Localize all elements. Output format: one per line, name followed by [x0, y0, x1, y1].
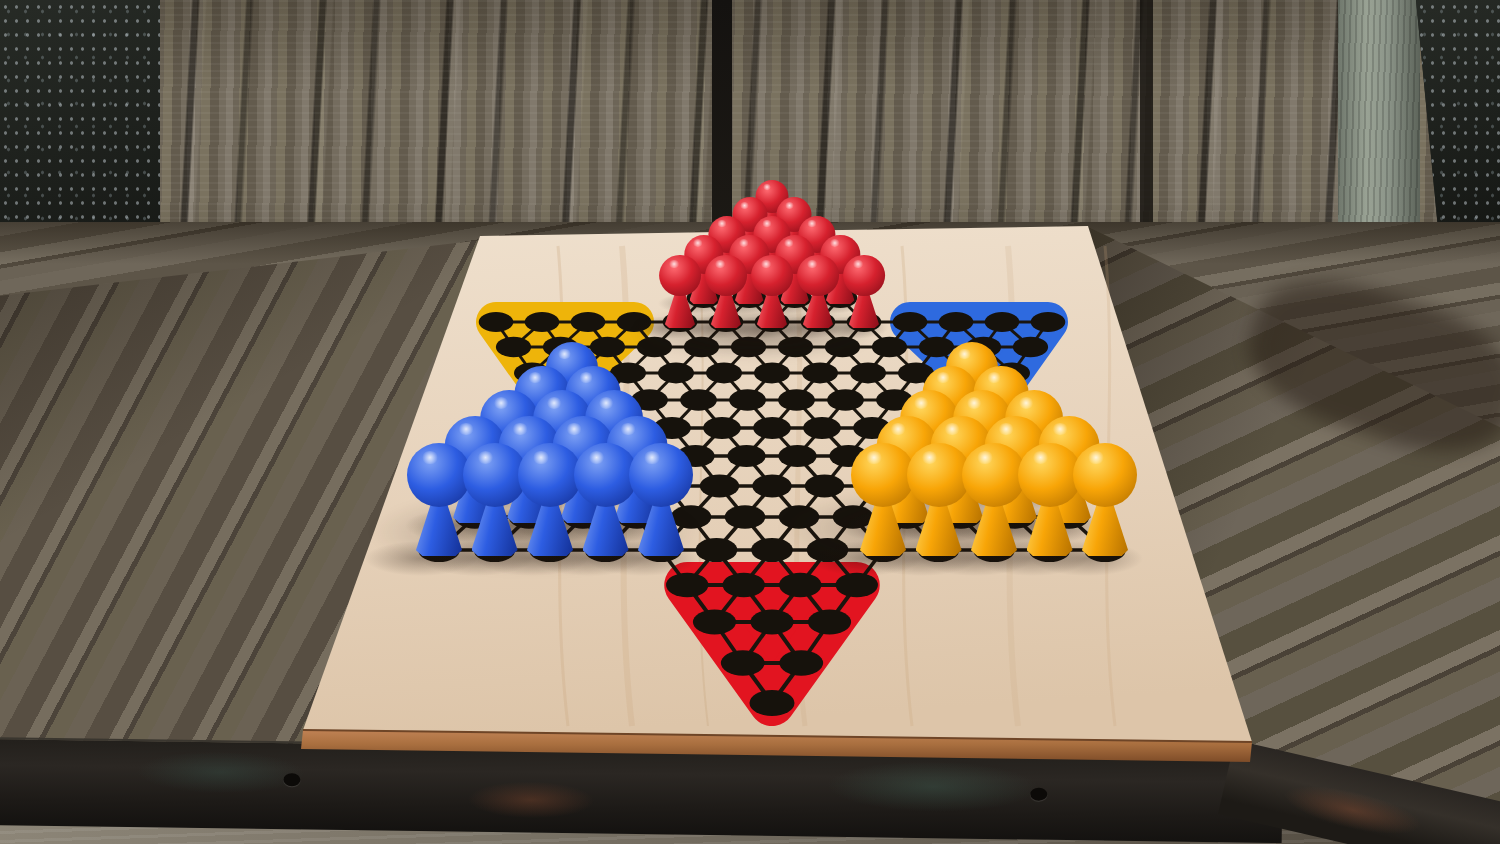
- peg-glint: [1087, 451, 1105, 464]
- peg-glint: [890, 423, 907, 435]
- peg-ball: [407, 443, 471, 507]
- peg-glint: [557, 349, 572, 359]
- peg-ball: [751, 255, 793, 297]
- peg-layer: [0, 0, 1500, 844]
- peg-glint: [1018, 397, 1034, 409]
- peg-glint: [512, 423, 529, 435]
- peg-glint: [865, 451, 883, 464]
- peg-ball: [659, 255, 701, 297]
- peg-glint: [493, 397, 509, 409]
- peg-ball: [574, 443, 638, 507]
- peg-red-5-9[interactable]: [843, 255, 885, 329]
- peg-glint: [1052, 423, 1069, 435]
- peg-ball: [518, 443, 582, 507]
- peg-red-5-5[interactable]: [659, 255, 701, 329]
- peg-glint: [477, 451, 495, 464]
- peg-ball: [1073, 443, 1137, 507]
- chinese-checkers-photo: [0, 0, 1500, 844]
- peg-red-5-8[interactable]: [797, 255, 839, 329]
- peg-glint: [807, 220, 817, 227]
- peg-yellow-13-11[interactable]: [962, 443, 1026, 556]
- peg-glint: [944, 423, 961, 435]
- peg-ball: [907, 443, 971, 507]
- peg-glint: [458, 423, 475, 435]
- peg-glint: [829, 239, 840, 247]
- peg-ball: [463, 443, 527, 507]
- peg-glint: [578, 372, 593, 383]
- peg-glint: [913, 397, 929, 409]
- peg-glint: [976, 451, 994, 464]
- peg-ball: [851, 443, 915, 507]
- peg-glint: [763, 184, 772, 191]
- peg-glint: [532, 451, 550, 464]
- peg-red-5-6[interactable]: [705, 255, 747, 329]
- peg-glint: [806, 260, 818, 268]
- peg-glint: [738, 239, 749, 247]
- peg-glint: [784, 202, 794, 209]
- peg-yellow-13-9[interactable]: [851, 443, 915, 556]
- peg-yellow-13-12[interactable]: [1018, 443, 1082, 556]
- peg-blue-13-3[interactable]: [518, 443, 582, 556]
- peg-glint: [852, 260, 864, 268]
- peg-blue-13-4[interactable]: [574, 443, 638, 556]
- peg-glint: [921, 451, 939, 464]
- peg-ball: [1018, 443, 1082, 507]
- peg-glint: [588, 451, 606, 464]
- peg-glint: [935, 372, 950, 383]
- peg-glint: [998, 423, 1015, 435]
- peg-glint: [762, 220, 772, 227]
- peg-blue-13-2[interactable]: [463, 443, 527, 556]
- peg-glint: [620, 423, 637, 435]
- peg-blue-13-5[interactable]: [629, 443, 693, 556]
- peg-glint: [760, 260, 772, 268]
- peg-glint: [546, 397, 562, 409]
- peg-glint: [668, 260, 680, 268]
- peg-glint: [1032, 451, 1050, 464]
- peg-glint: [643, 451, 661, 464]
- peg-red-5-7[interactable]: [751, 255, 793, 329]
- peg-blue-13-1[interactable]: [407, 443, 471, 556]
- peg-yellow-13-13[interactable]: [1073, 443, 1137, 556]
- peg-ball: [705, 255, 747, 297]
- peg-glint: [527, 372, 542, 383]
- peg-glint: [598, 397, 614, 409]
- peg-glint: [566, 423, 583, 435]
- peg-glint: [986, 372, 1001, 383]
- peg-glint: [784, 239, 795, 247]
- peg-glint: [966, 397, 982, 409]
- peg-ball: [629, 443, 693, 507]
- peg-ball: [797, 255, 839, 297]
- peg-glint: [957, 349, 972, 359]
- peg-yellow-13-10[interactable]: [907, 443, 971, 556]
- peg-glint: [693, 239, 704, 247]
- peg-ball: [962, 443, 1026, 507]
- peg-glint: [421, 451, 439, 464]
- peg-glint: [714, 260, 726, 268]
- peg-ball: [843, 255, 885, 297]
- peg-glint: [740, 202, 750, 209]
- peg-glint: [717, 220, 727, 227]
